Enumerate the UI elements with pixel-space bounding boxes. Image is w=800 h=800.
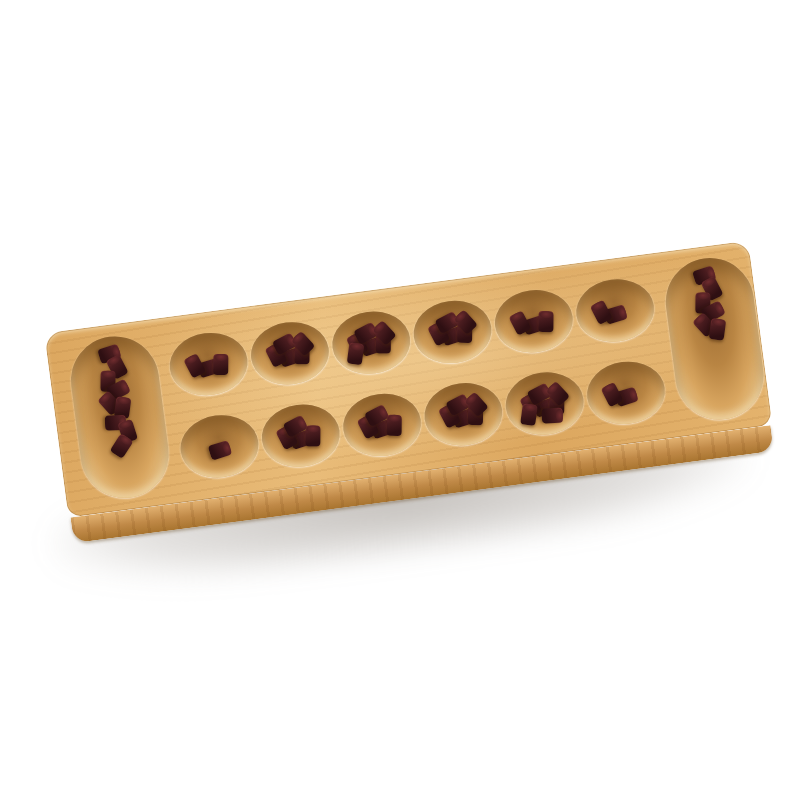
board-cell: [571, 264, 659, 356]
seed: [542, 408, 564, 424]
board-cell: [175, 400, 263, 492]
pit-top-3[interactable]: [328, 306, 413, 378]
pit-bottom-4[interactable]: [421, 378, 506, 450]
pit-bottom-6[interactable]: [583, 356, 668, 428]
seed: [709, 318, 727, 341]
board-cell: [246, 307, 334, 399]
board-cell: [338, 378, 426, 470]
board-cell: [501, 357, 589, 449]
pit-top-5[interactable]: [491, 285, 576, 357]
pit-bottom-3[interactable]: [339, 389, 424, 461]
board-cell: [490, 275, 578, 367]
pit-top-4[interactable]: [410, 296, 495, 368]
board-cell: [582, 346, 670, 438]
pit-bottom-2[interactable]: [258, 399, 343, 471]
board-cell: [164, 317, 252, 409]
seed: [305, 426, 320, 447]
pit-top-6[interactable]: [572, 274, 657, 346]
seed: [538, 311, 553, 332]
seed: [213, 354, 228, 375]
pit-bottom-1[interactable]: [177, 410, 262, 482]
board-cell: [57, 328, 182, 506]
board-cell: [419, 367, 507, 459]
store-right: [660, 253, 768, 425]
store-left: [66, 331, 174, 503]
board-cell: [408, 285, 496, 377]
pit-top-2[interactable]: [247, 317, 332, 389]
pit-top-1[interactable]: [166, 328, 251, 400]
seed: [347, 343, 365, 366]
board-cell: [327, 296, 415, 388]
seed: [387, 415, 402, 436]
pit-bottom-5[interactable]: [502, 367, 587, 439]
board-cell: [652, 250, 777, 428]
seed: [208, 440, 233, 461]
seed: [520, 404, 538, 427]
photo-background: [0, 0, 800, 800]
board-cell: [257, 389, 345, 481]
